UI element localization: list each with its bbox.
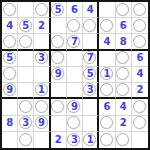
cell-r4c4[interactable] bbox=[51, 51, 67, 67]
cell-r7c2[interactable] bbox=[18, 99, 34, 115]
given-digit: 9 bbox=[38, 118, 45, 128]
cell-r4c9[interactable]: 6 bbox=[132, 51, 148, 67]
cell-r7c4[interactable] bbox=[51, 99, 67, 115]
cell-r2c7[interactable] bbox=[99, 18, 115, 34]
cell-r6c6[interactable]: 3 bbox=[83, 83, 99, 99]
cell-r1c5[interactable]: 6 bbox=[67, 2, 83, 18]
odd-cell-circle bbox=[35, 100, 48, 113]
given-digit: 7 bbox=[71, 37, 78, 47]
cell-r9c5[interactable]: 3 bbox=[67, 132, 83, 148]
cell-r2c2[interactable]: 5 bbox=[18, 18, 34, 34]
cell-r9c8[interactable] bbox=[116, 132, 132, 148]
cell-r3c7[interactable]: 4 bbox=[99, 34, 115, 50]
given-digit: 9 bbox=[6, 85, 13, 95]
cell-r9c3[interactable] bbox=[34, 132, 50, 148]
odd-cell-circle bbox=[67, 116, 80, 129]
cell-r9c1[interactable] bbox=[2, 132, 18, 148]
cell-r2c9[interactable] bbox=[132, 18, 148, 34]
cell-r3c1[interactable] bbox=[2, 34, 18, 50]
cell-r3c4[interactable] bbox=[51, 34, 67, 50]
given-digit: 9 bbox=[55, 69, 62, 79]
given-digit: 4 bbox=[136, 69, 143, 79]
odd-cell-circle bbox=[100, 83, 113, 96]
given-digit: 4 bbox=[120, 102, 127, 112]
cell-r7c8[interactable]: 4 bbox=[116, 99, 132, 115]
given-digit: 5 bbox=[55, 5, 62, 15]
cell-r9c2[interactable] bbox=[18, 132, 34, 148]
cell-r5c9[interactable]: 4 bbox=[132, 67, 148, 83]
odd-cell-circle bbox=[116, 51, 129, 64]
given-digit: 4 bbox=[87, 5, 94, 15]
odd-cell-circle bbox=[133, 35, 146, 48]
odd-cell-circle bbox=[100, 133, 113, 146]
cell-r4c8[interactable] bbox=[116, 51, 132, 67]
cell-r4c5[interactable] bbox=[67, 51, 83, 67]
cell-r7c7[interactable]: 6 bbox=[99, 99, 115, 115]
odd-cell-circle bbox=[116, 3, 129, 16]
cell-r4c1[interactable]: 5 bbox=[2, 51, 18, 67]
given-digit: 2 bbox=[136, 85, 143, 95]
given-digit: 2 bbox=[55, 135, 62, 145]
cell-r9c6[interactable]: 1 bbox=[83, 132, 99, 148]
cell-r7c1[interactable] bbox=[2, 99, 18, 115]
cell-r8c8[interactable]: 2 bbox=[116, 116, 132, 132]
odd-cell-circle bbox=[3, 3, 16, 16]
odd-cell-circle bbox=[83, 19, 96, 32]
cell-r8c7[interactable] bbox=[99, 116, 115, 132]
odd-cell-circle bbox=[19, 133, 32, 146]
given-digit: 6 bbox=[120, 21, 127, 31]
cell-r7c3[interactable] bbox=[34, 99, 50, 115]
cell-r5c1[interactable] bbox=[2, 67, 18, 83]
given-digit: 6 bbox=[103, 102, 110, 112]
cell-r4c7[interactable] bbox=[99, 51, 115, 67]
cell-r5c7[interactable]: 1 bbox=[99, 67, 115, 83]
given-digit: 3 bbox=[87, 85, 94, 95]
cell-r5c5[interactable] bbox=[67, 67, 83, 83]
cell-r8c3[interactable]: 9 bbox=[34, 116, 50, 132]
given-digit: 3 bbox=[38, 53, 45, 63]
cell-r7c5[interactable]: 9 bbox=[67, 99, 83, 115]
cell-r9c4[interactable]: 2 bbox=[51, 132, 67, 148]
cell-r8c1[interactable]: 8 bbox=[2, 116, 18, 132]
given-digit: 3 bbox=[22, 118, 29, 128]
odd-cell-circle bbox=[19, 35, 32, 48]
cell-r6c2[interactable] bbox=[18, 83, 34, 99]
cell-r5c6[interactable]: 5 bbox=[83, 67, 99, 83]
given-digit: 5 bbox=[87, 69, 94, 79]
odd-cell-circle bbox=[51, 35, 64, 48]
cell-r4c3[interactable]: 3 bbox=[34, 51, 50, 67]
given-digit: 1 bbox=[38, 85, 45, 95]
given-digit: 6 bbox=[71, 5, 78, 15]
cell-r6c7[interactable] bbox=[99, 83, 115, 99]
cell-r4c6[interactable]: 7 bbox=[83, 51, 99, 67]
cell-r5c4[interactable]: 9 bbox=[51, 67, 67, 83]
cell-r1c9[interactable] bbox=[132, 2, 148, 18]
cell-r6c1[interactable]: 9 bbox=[2, 83, 18, 99]
cell-r3c8[interactable]: 8 bbox=[116, 34, 132, 50]
odd-cell-circle bbox=[133, 19, 146, 32]
cell-r6c8[interactable] bbox=[116, 83, 132, 99]
odd-cell-circle bbox=[67, 19, 80, 32]
cell-r8c2[interactable]: 3 bbox=[18, 116, 34, 132]
cell-r8c9[interactable] bbox=[132, 116, 148, 132]
cell-r1c2[interactable] bbox=[18, 2, 34, 18]
cell-r6c3[interactable]: 1 bbox=[34, 83, 50, 99]
odd-cell-circle bbox=[35, 3, 48, 16]
cell-r2c4[interactable] bbox=[51, 18, 67, 34]
odd-cell-circle bbox=[133, 3, 146, 16]
cell-r3c6[interactable] bbox=[83, 34, 99, 50]
cell-r6c5[interactable] bbox=[67, 83, 83, 99]
given-digit: 5 bbox=[6, 53, 13, 63]
odd-cell-circle bbox=[19, 100, 32, 113]
cell-r5c2[interactable] bbox=[18, 67, 34, 83]
odd-cell-circle bbox=[51, 100, 64, 113]
odd-cell-circle bbox=[116, 67, 129, 80]
cell-r4c2[interactable] bbox=[18, 51, 34, 67]
cell-r5c8[interactable] bbox=[116, 67, 132, 83]
cell-r8c4[interactable] bbox=[51, 116, 67, 132]
cell-r1c4[interactable]: 5 bbox=[51, 2, 67, 18]
odd-cell-circle bbox=[100, 19, 113, 32]
cell-r6c9[interactable]: 2 bbox=[132, 83, 148, 99]
cell-r8c6[interactable] bbox=[83, 116, 99, 132]
cell-r2c8[interactable]: 6 bbox=[116, 18, 132, 34]
cell-r6c4[interactable] bbox=[51, 83, 67, 99]
odd-cell-circle bbox=[100, 116, 113, 129]
cell-r7c9[interactable] bbox=[132, 99, 148, 115]
cell-r1c3[interactable] bbox=[34, 2, 50, 18]
cell-r9c7[interactable] bbox=[99, 132, 115, 148]
given-digit: 1 bbox=[103, 69, 110, 79]
cell-r3c2[interactable] bbox=[18, 34, 34, 50]
cell-r2c1[interactable]: 4 bbox=[2, 18, 18, 34]
cell-r2c3[interactable]: 2 bbox=[34, 18, 50, 34]
given-digit: 8 bbox=[120, 37, 127, 47]
odd-cell-circle bbox=[133, 100, 146, 113]
cell-r2c6[interactable] bbox=[83, 18, 99, 34]
odd-cell-circle bbox=[116, 133, 129, 146]
given-digit: 6 bbox=[136, 53, 143, 63]
given-digit: 8 bbox=[6, 118, 13, 128]
odd-cell-circle bbox=[3, 35, 16, 48]
cell-r2c5[interactable] bbox=[67, 18, 83, 34]
given-digit: 7 bbox=[87, 53, 94, 63]
cell-r1c1[interactable] bbox=[2, 2, 18, 18]
cell-r5c3[interactable] bbox=[34, 67, 50, 83]
odd-cell-circle bbox=[133, 116, 146, 129]
cell-r1c8[interactable] bbox=[116, 2, 132, 18]
cell-r7c6[interactable] bbox=[83, 99, 99, 115]
given-digit: 4 bbox=[6, 21, 13, 31]
given-digit: 2 bbox=[38, 21, 45, 31]
given-digit: 3 bbox=[71, 135, 78, 145]
odd-cell-circle bbox=[3, 67, 16, 80]
odd-cell-circle bbox=[116, 83, 129, 96]
given-digit: 2 bbox=[120, 118, 127, 128]
sudoku-board: 56445267485376951491329648392231 bbox=[0, 0, 150, 150]
odd-cell-circle bbox=[51, 51, 64, 64]
cell-r3c9[interactable] bbox=[132, 34, 148, 50]
given-digit: 1 bbox=[87, 135, 94, 145]
cell-r9c9[interactable] bbox=[132, 132, 148, 148]
cell-r1c6[interactable]: 4 bbox=[83, 2, 99, 18]
cell-r1c7[interactable] bbox=[99, 2, 115, 18]
given-digit: 9 bbox=[71, 102, 78, 112]
cell-r3c3[interactable] bbox=[34, 34, 50, 50]
given-digit: 5 bbox=[22, 21, 29, 31]
given-digit: 4 bbox=[103, 37, 110, 47]
cell-r3c5[interactable]: 7 bbox=[67, 34, 83, 50]
cell-r8c5[interactable] bbox=[67, 116, 83, 132]
